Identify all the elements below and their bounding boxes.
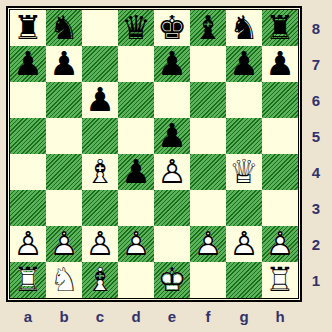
black-pawn[interactable]: ♟ [118, 154, 154, 190]
black-pawn[interactable]: ♟ [82, 82, 118, 118]
square-g8[interactable]: ♞ [226, 10, 262, 46]
file-label-g: g [226, 302, 262, 330]
square-g4[interactable]: ♛♕ [226, 154, 262, 190]
square-h6[interactable] [262, 82, 298, 118]
square-a2[interactable]: ♟♙ [10, 226, 46, 262]
square-d2[interactable]: ♟♙ [118, 226, 154, 262]
square-b8[interactable]: ♞ [46, 10, 82, 46]
rank-label-7: 7 [302, 46, 330, 82]
black-pawn[interactable]: ♟ [226, 46, 262, 82]
rank-label-1: 1 [302, 262, 330, 298]
square-a3[interactable] [10, 190, 46, 226]
square-b3[interactable] [46, 190, 82, 226]
square-h1[interactable]: ♜♖ [262, 262, 298, 298]
chess-board: ♜♞♛♚♝♞♜♟♟♟♟♟♟♟♝♗♟♟♙♛♕♟♙♟♙♟♙♟♙♟♙♟♙♟♙♜♖♞♘♝… [9, 9, 299, 299]
file-label-a: a [10, 302, 46, 330]
square-f8[interactable]: ♝ [190, 10, 226, 46]
white-pawn[interactable]: ♟♙ [10, 226, 46, 262]
square-e3[interactable] [154, 190, 190, 226]
white-pawn[interactable]: ♟♙ [118, 226, 154, 262]
file-label-b: b [46, 302, 82, 330]
square-e4[interactable]: ♟♙ [154, 154, 190, 190]
rank-label-5: 5 [302, 118, 330, 154]
file-label-d: d [118, 302, 154, 330]
file-label-e: e [154, 302, 190, 330]
white-pawn[interactable]: ♟♙ [262, 226, 298, 262]
square-c2[interactable]: ♟♙ [82, 226, 118, 262]
white-knight[interactable]: ♞♘ [46, 262, 82, 298]
square-d4[interactable]: ♟ [118, 154, 154, 190]
rank-label-8: 8 [302, 10, 330, 46]
black-knight[interactable]: ♞ [46, 10, 82, 46]
black-pawn[interactable]: ♟ [46, 46, 82, 82]
square-b6[interactable] [46, 82, 82, 118]
white-queen[interactable]: ♛♕ [226, 154, 262, 190]
square-c5[interactable] [82, 118, 118, 154]
black-pawn[interactable]: ♟ [154, 118, 190, 154]
square-g7[interactable]: ♟ [226, 46, 262, 82]
square-f7[interactable] [190, 46, 226, 82]
square-f1[interactable] [190, 262, 226, 298]
black-bishop[interactable]: ♝ [190, 10, 226, 46]
square-a8[interactable]: ♜ [10, 10, 46, 46]
square-h8[interactable]: ♜ [262, 10, 298, 46]
black-knight[interactable]: ♞ [226, 10, 262, 46]
black-pawn[interactable]: ♟ [262, 46, 298, 82]
square-c6[interactable]: ♟ [82, 82, 118, 118]
file-label-c: c [82, 302, 118, 330]
square-e7[interactable]: ♟ [154, 46, 190, 82]
black-queen[interactable]: ♛ [118, 10, 154, 46]
square-a7[interactable]: ♟ [10, 46, 46, 82]
square-c7[interactable] [82, 46, 118, 82]
square-b1[interactable]: ♞♘ [46, 262, 82, 298]
square-e6[interactable] [154, 82, 190, 118]
square-c8[interactable] [82, 10, 118, 46]
white-pawn[interactable]: ♟♙ [226, 226, 262, 262]
rank-label-6: 6 [302, 82, 330, 118]
square-f2[interactable]: ♟♙ [190, 226, 226, 262]
square-h2[interactable]: ♟♙ [262, 226, 298, 262]
square-d3[interactable] [118, 190, 154, 226]
square-a6[interactable] [10, 82, 46, 118]
file-label-f: f [190, 302, 226, 330]
square-b7[interactable]: ♟ [46, 46, 82, 82]
square-g1[interactable] [226, 262, 262, 298]
rank-label-4: 4 [302, 154, 330, 190]
white-bishop[interactable]: ♝♗ [82, 154, 118, 190]
square-d8[interactable]: ♛ [118, 10, 154, 46]
square-d1[interactable] [118, 262, 154, 298]
square-b2[interactable]: ♟♙ [46, 226, 82, 262]
square-b5[interactable] [46, 118, 82, 154]
black-pawn[interactable]: ♟ [154, 46, 190, 82]
white-pawn[interactable]: ♟♙ [190, 226, 226, 262]
square-f3[interactable] [190, 190, 226, 226]
rank-label-2: 2 [302, 226, 330, 262]
square-f4[interactable] [190, 154, 226, 190]
square-h5[interactable] [262, 118, 298, 154]
square-b4[interactable] [46, 154, 82, 190]
square-e1[interactable]: ♚♔ [154, 262, 190, 298]
square-a1[interactable]: ♜♖ [10, 262, 46, 298]
square-g2[interactable]: ♟♙ [226, 226, 262, 262]
square-c4[interactable]: ♝♗ [82, 154, 118, 190]
square-a4[interactable] [10, 154, 46, 190]
square-e2[interactable] [154, 226, 190, 262]
white-rook[interactable]: ♜♖ [10, 262, 46, 298]
rank-labels: 87654321 [302, 10, 330, 298]
black-rook[interactable]: ♜ [262, 10, 298, 46]
white-pawn[interactable]: ♟♙ [46, 226, 82, 262]
square-g3[interactable] [226, 190, 262, 226]
black-rook[interactable]: ♜ [10, 10, 46, 46]
white-rook[interactable]: ♜♖ [262, 262, 298, 298]
square-h3[interactable] [262, 190, 298, 226]
white-pawn[interactable]: ♟♙ [82, 226, 118, 262]
square-d5[interactable] [118, 118, 154, 154]
white-bishop[interactable]: ♝♗ [82, 262, 118, 298]
rank-label-3: 3 [302, 190, 330, 226]
white-pawn[interactable]: ♟♙ [154, 154, 190, 190]
square-f6[interactable] [190, 82, 226, 118]
square-d7[interactable] [118, 46, 154, 82]
file-labels: abcdefgh [10, 302, 298, 330]
square-d6[interactable] [118, 82, 154, 118]
black-king[interactable]: ♚ [154, 10, 190, 46]
square-h7[interactable]: ♟ [262, 46, 298, 82]
square-a5[interactable] [10, 118, 46, 154]
white-king[interactable]: ♚♔ [154, 262, 190, 298]
file-label-h: h [262, 302, 298, 330]
square-g5[interactable] [226, 118, 262, 154]
square-g6[interactable] [226, 82, 262, 118]
square-e8[interactable]: ♚ [154, 10, 190, 46]
board-frame: ♜♞♛♚♝♞♜♟♟♟♟♟♟♟♝♗♟♟♙♛♕♟♙♟♙♟♙♟♙♟♙♟♙♟♙♜♖♞♘♝… [6, 6, 302, 302]
square-h4[interactable] [262, 154, 298, 190]
black-pawn[interactable]: ♟ [10, 46, 46, 82]
square-e5[interactable]: ♟ [154, 118, 190, 154]
square-f5[interactable] [190, 118, 226, 154]
square-c3[interactable] [82, 190, 118, 226]
square-c1[interactable]: ♝♗ [82, 262, 118, 298]
